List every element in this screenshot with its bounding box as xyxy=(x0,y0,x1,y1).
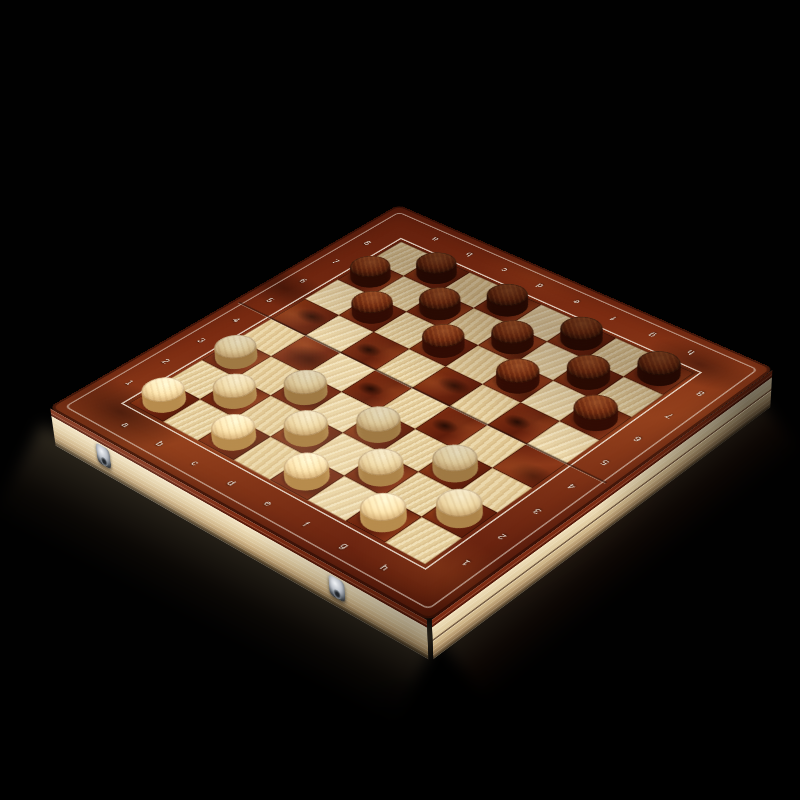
rank-label: 8 xyxy=(357,238,378,249)
rank-label: 7 xyxy=(325,256,346,267)
file-label: e xyxy=(565,296,587,307)
checker-piece-dark[interactable] xyxy=(414,331,473,364)
file-label: g xyxy=(333,538,358,553)
file-label: f xyxy=(294,517,318,532)
checker-piece-light[interactable] xyxy=(207,342,266,375)
rank-label: 3 xyxy=(191,334,213,346)
rank-label: 1 xyxy=(118,376,140,388)
checker-piece-dark[interactable] xyxy=(483,327,542,360)
latch xyxy=(95,442,111,469)
rank-label: 6 xyxy=(626,432,650,445)
rank-label: 4 xyxy=(559,480,583,494)
file-label: f xyxy=(602,313,624,325)
rank-label: 2 xyxy=(489,529,514,544)
file-label: c xyxy=(184,456,207,470)
rank-label: 8 xyxy=(689,387,712,400)
board-square[interactable] xyxy=(624,355,694,395)
board-frame: aa11bb22cc33dd44ee55ff66gg77hh88 xyxy=(48,205,774,622)
file-label: d xyxy=(220,476,244,490)
file-label: a xyxy=(114,418,137,431)
rank-label: 6 xyxy=(293,275,314,286)
file-label: a xyxy=(424,234,445,245)
file-label: h xyxy=(372,560,397,575)
rank-label: 4 xyxy=(225,314,247,326)
rank-label: 5 xyxy=(259,294,280,305)
file-label: h xyxy=(679,346,702,358)
rank-label: 3 xyxy=(525,504,550,519)
rank-label: 1 xyxy=(453,555,478,570)
file-label: b xyxy=(149,437,172,450)
latch xyxy=(328,574,345,603)
file-label: e xyxy=(256,496,280,510)
file-label: c xyxy=(493,265,514,276)
scene: aa11bb22cc33dd44ee55ff66gg77hh88 xyxy=(0,0,800,800)
checker-piece-light[interactable] xyxy=(134,384,195,419)
file-label: d xyxy=(529,280,551,291)
file-label: g xyxy=(640,329,662,341)
rank-label: 7 xyxy=(658,410,681,423)
rank-label: 5 xyxy=(593,456,617,470)
floor-fade xyxy=(0,670,800,800)
rank-label: 2 xyxy=(155,355,177,367)
board-square[interactable] xyxy=(129,381,200,421)
checker-piece-light[interactable] xyxy=(203,421,265,457)
file-label: b xyxy=(458,249,479,260)
